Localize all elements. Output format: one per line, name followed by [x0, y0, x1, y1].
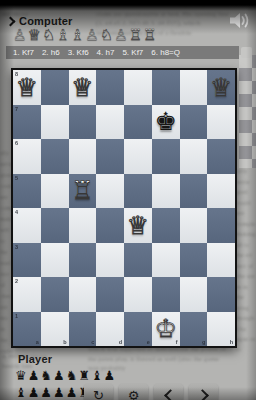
captured-black-pawn: ♟: [53, 368, 65, 383]
captured-black-pawn: ♟: [66, 385, 78, 400]
square-b2[interactable]: [41, 277, 69, 312]
captured-white-knight: ♘: [100, 27, 113, 44]
captured-white-pieces: ♙♕♘♗♗♙♘♙♖♖: [13, 27, 157, 44]
file-label-d: d: [119, 339, 122, 345]
move-5[interactable]: 5. Kf7: [122, 48, 143, 57]
square-a8[interactable]: 8♕: [13, 70, 41, 105]
square-d4[interactable]: [96, 208, 124, 243]
square-a7[interactable]: 7: [13, 105, 41, 140]
rank-label-1: 1: [15, 313, 18, 319]
square-c6[interactable]: [69, 139, 97, 174]
square-c2[interactable]: [69, 277, 97, 312]
captured-white-knight: ♘: [42, 27, 55, 44]
captured-white-pawn: ♙: [85, 27, 98, 44]
square-b3[interactable]: [41, 243, 69, 278]
square-c5[interactable]: ♖: [69, 174, 97, 209]
rank-label-5: 5: [15, 175, 18, 181]
white-queen-h8[interactable]: ♕: [207, 70, 235, 105]
chess-app: rest. Black has a much more der move Mor…: [0, 0, 256, 400]
square-g6[interactable]: [180, 139, 208, 174]
move-list-scroll-nub[interactable]: [241, 47, 252, 58]
square-e3[interactable]: [124, 243, 152, 278]
square-a5[interactable]: 5: [13, 174, 41, 209]
captured-black-pawn: ♟: [40, 385, 52, 400]
captured-white-queen: ♕: [27, 27, 40, 44]
square-b7[interactable]: [41, 105, 69, 140]
chevron-right-icon: [196, 389, 209, 400]
white-rook-c5[interactable]: ♖: [69, 174, 97, 209]
square-f4[interactable]: [152, 208, 180, 243]
square-g5[interactable]: [180, 174, 208, 209]
square-b4[interactable]: [41, 208, 69, 243]
square-b5[interactable]: [41, 174, 69, 209]
square-a1[interactable]: 1a: [13, 312, 41, 347]
gear-icon: ⚙: [128, 389, 140, 400]
captured-black-pawn: ♟: [104, 368, 116, 383]
captured-black-pawn: ♟: [28, 368, 40, 383]
square-d8[interactable]: [96, 70, 124, 105]
square-f5[interactable]: [152, 174, 180, 209]
square-c4[interactable]: [69, 208, 97, 243]
square-g1[interactable]: g: [180, 312, 208, 347]
square-d3[interactable]: [96, 243, 124, 278]
square-d7[interactable]: [96, 105, 124, 140]
square-g8[interactable]: [180, 70, 208, 105]
speaker-icon: [229, 11, 251, 30]
square-b8[interactable]: [41, 70, 69, 105]
captured-black-knight: ♞: [40, 368, 52, 383]
square-a2[interactable]: 2: [13, 277, 41, 312]
rank-label-3: 3: [15, 244, 18, 250]
captured-black-bishop: ♝: [15, 385, 27, 400]
captured-black-knight: ♞: [66, 368, 78, 383]
move-list[interactable]: 1. Kf72. h63. Kf64. h75. Kf76. h8=Q: [6, 46, 239, 59]
captured-black-pawn: ♟: [53, 385, 65, 400]
square-e6[interactable]: [124, 139, 152, 174]
square-g7[interactable]: [180, 105, 208, 140]
square-f3[interactable]: [152, 243, 180, 278]
square-c3[interactable]: [69, 243, 97, 278]
white-king-f1[interactable]: ♔: [152, 312, 180, 347]
nav-buttons: ↻⚙: [84, 384, 218, 400]
captured-white-bishop: ♗: [56, 27, 69, 44]
board: 8♕♕♕7♚65♖4♕321abcdef♔gh: [11, 68, 237, 348]
square-h4[interactable]: [207, 208, 235, 243]
square-h1[interactable]: h: [207, 312, 235, 347]
chevron-right-icon: [6, 17, 16, 27]
square-g2[interactable]: [180, 277, 208, 312]
background-text: tally terrie gred could see comple makin…: [236, 166, 256, 351]
back-button[interactable]: [154, 384, 183, 400]
restart-icon: ↻: [93, 389, 104, 400]
captured-white-rook: ♖: [129, 27, 142, 44]
square-h5[interactable]: [207, 174, 235, 209]
square-e4[interactable]: ♕: [124, 208, 152, 243]
square-d2[interactable]: [96, 277, 124, 312]
square-e7[interactable]: [124, 105, 152, 140]
captured-white-rook: ♖: [143, 27, 156, 44]
captured-white-pawn: ♙: [13, 27, 26, 44]
file-label-h: h: [230, 339, 233, 345]
square-f8[interactable]: [152, 70, 180, 105]
black-king-f7[interactable]: ♚: [152, 105, 180, 140]
square-a4[interactable]: 4: [13, 208, 41, 243]
rank-label-2: 2: [15, 278, 18, 284]
white-queen-c8[interactable]: ♕: [69, 70, 97, 105]
square-f6[interactable]: [152, 139, 180, 174]
move-6[interactable]: 6. h8=Q: [151, 48, 180, 57]
square-d1[interactable]: d: [96, 312, 124, 347]
captured-black-queen: ♛: [15, 368, 27, 383]
file-label-c: c: [91, 339, 94, 345]
square-f1[interactable]: f♔: [152, 312, 180, 347]
square-b1[interactable]: b: [41, 312, 69, 347]
settings-button[interactable]: ⚙: [119, 384, 148, 400]
square-f2[interactable]: [152, 277, 180, 312]
square-h7[interactable]: [207, 105, 235, 140]
square-h3[interactable]: [207, 243, 235, 278]
square-e2[interactable]: [124, 277, 152, 312]
square-h2[interactable]: [207, 277, 235, 312]
captured-black-pawn: ♟: [28, 385, 40, 400]
captured-white-bishop: ♗: [71, 27, 84, 44]
captured-black-row-1: ♛♟♞♟♞♜♝♟: [15, 368, 115, 383]
player-label: Player: [18, 353, 52, 365]
file-label-a: a: [36, 339, 39, 345]
square-d6[interactable]: [96, 139, 124, 174]
file-label-g: g: [202, 339, 205, 345]
square-c8[interactable]: ♕: [69, 70, 97, 105]
captured-black-row-2: ♝♟♟♟♟♜: [15, 385, 90, 400]
square-h8[interactable]: ♕: [207, 70, 235, 105]
captured-white-pawn: ♙: [114, 27, 127, 44]
move-4[interactable]: 4. h7: [97, 48, 115, 57]
square-e8[interactable]: [124, 70, 152, 105]
file-label-e: e: [147, 339, 150, 345]
captured-black-rook: ♜: [78, 368, 90, 383]
forward-button[interactable]: [189, 384, 218, 400]
square-g3[interactable]: [180, 243, 208, 278]
square-b6[interactable]: [41, 139, 69, 174]
square-a3[interactable]: 3: [13, 243, 41, 278]
file-label-b: b: [63, 339, 66, 345]
rank-label-7: 7: [15, 106, 18, 112]
square-g4[interactable]: [180, 208, 208, 243]
square-a6[interactable]: 6: [13, 139, 41, 174]
restart-button[interactable]: ↻: [84, 384, 113, 400]
move-1[interactable]: 1. Kf7: [13, 48, 34, 57]
sound-button[interactable]: [229, 11, 251, 30]
move-2[interactable]: 2. h6: [42, 48, 60, 57]
square-e5[interactable]: [124, 174, 152, 209]
square-f7[interactable]: ♚: [152, 105, 180, 140]
white-queen-a8[interactable]: ♕: [13, 70, 41, 105]
background-checkerboard: [239, 55, 256, 168]
rank-label-4: 4: [15, 209, 18, 215]
square-h6[interactable]: [207, 139, 235, 174]
square-e1[interactable]: e: [124, 312, 152, 347]
square-c1[interactable]: c: [69, 312, 97, 347]
square-d5[interactable]: [96, 174, 124, 209]
rank-label-6: 6: [15, 140, 18, 146]
move-3[interactable]: 3. Kf6: [68, 48, 89, 57]
captured-black-bishop: ♝: [91, 368, 103, 383]
chevron-left-icon: [164, 389, 177, 400]
square-c7[interactable]: [69, 105, 97, 140]
white-queen-e4[interactable]: ♕: [124, 208, 152, 243]
